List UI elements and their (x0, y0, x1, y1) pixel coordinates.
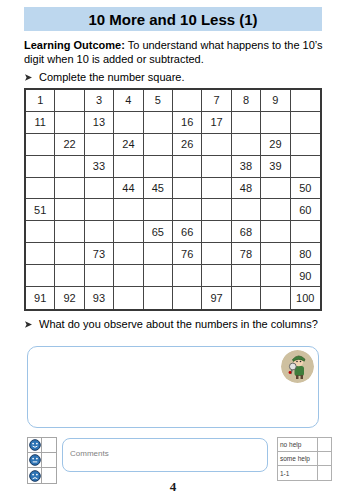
grid-cell-given: 78 (232, 243, 261, 265)
grid-cell-given: 93 (85, 287, 114, 309)
grid-cell-given: 1 (26, 90, 55, 112)
grid-cell-given: 13 (85, 112, 114, 134)
grid-cell-given: 39 (261, 156, 290, 178)
answer-box[interactable] (27, 346, 319, 428)
grid-cell-empty[interactable] (26, 134, 55, 156)
grid-cell-empty[interactable] (261, 265, 290, 287)
grid-cell-empty[interactable] (26, 221, 55, 243)
self-assessment-table (27, 437, 57, 484)
grid-cell-empty[interactable] (232, 287, 261, 309)
help-tick-cell[interactable] (318, 452, 331, 466)
grid-cell-empty[interactable] (202, 134, 231, 156)
grid-cell-empty[interactable] (232, 265, 261, 287)
arrow-bullet-icon (24, 73, 33, 82)
comments-label: Comments (70, 449, 109, 458)
help-option-label: no help (278, 438, 318, 452)
grid-cell-given: 4 (114, 90, 143, 112)
neutral-face-icon (28, 453, 42, 468)
grid-cell-empty[interactable] (232, 199, 261, 221)
grid-cell-empty[interactable] (26, 243, 55, 265)
grid-cell-given: 45 (144, 178, 173, 200)
grid-cell-given: 90 (291, 265, 320, 287)
instruction-complete-square: Complete the number square. (24, 71, 185, 83)
grid-cell-empty[interactable] (173, 199, 202, 221)
grid-cell-given: 80 (291, 243, 320, 265)
grid-cell-empty[interactable] (144, 265, 173, 287)
instruction-complete-square-text: Complete the number square. (39, 71, 185, 83)
grid-cell-given: 73 (85, 243, 114, 265)
grid-cell-given: 9 (261, 90, 290, 112)
grid-cell-empty[interactable] (144, 156, 173, 178)
grid-cell-empty[interactable] (232, 134, 261, 156)
grid-cell-empty[interactable] (55, 243, 84, 265)
help-option-label: some help (278, 452, 318, 466)
grid-cell-given: 65 (144, 221, 173, 243)
grid-cell-empty[interactable] (85, 199, 114, 221)
grid-cell-empty[interactable] (291, 156, 320, 178)
grid-cell-empty[interactable] (55, 90, 84, 112)
grid-cell-empty[interactable] (114, 243, 143, 265)
grid-cell-given: 17 (202, 112, 231, 134)
grid-cell-empty[interactable] (202, 243, 231, 265)
grid-cell-empty[interactable] (173, 287, 202, 309)
grid-cell-given: 3 (85, 90, 114, 112)
grid-cell-given: 76 (173, 243, 202, 265)
grid-cell-empty[interactable] (114, 221, 143, 243)
grid-cell-empty[interactable] (261, 287, 290, 309)
grid-cell-given: 92 (55, 287, 84, 309)
grid-cell-given: 33 (85, 156, 114, 178)
grid-cell-empty[interactable] (202, 156, 231, 178)
grid-cell-given: 7 (202, 90, 231, 112)
grid-cell-empty[interactable] (26, 265, 55, 287)
grid-cell-empty[interactable] (202, 221, 231, 243)
page-number: 4 (0, 479, 346, 495)
grid-cell-empty[interactable] (202, 178, 231, 200)
grid-cell-empty[interactable] (26, 178, 55, 200)
grid-cell-given: 29 (261, 134, 290, 156)
grid-cell-given: 22 (55, 134, 84, 156)
grid-cell-empty[interactable] (173, 90, 202, 112)
detective-boy-clipart-icon (281, 350, 314, 383)
grid-cell-empty[interactable] (85, 265, 114, 287)
grid-cell-empty[interactable] (261, 178, 290, 200)
grid-cell-given: 91 (26, 287, 55, 309)
grid-cell-empty[interactable] (261, 112, 290, 134)
grid-cell-given: 48 (232, 178, 261, 200)
grid-cell-empty[interactable] (232, 112, 261, 134)
grid-cell-given: 50 (291, 178, 320, 200)
worksheet-title: 10 More and 10 Less (1) (24, 7, 322, 31)
grid-cell-empty[interactable] (85, 221, 114, 243)
grid-cell-given: 8 (232, 90, 261, 112)
learning-outcome: Learning Outcome: To understand what hap… (24, 39, 328, 66)
grid-cell-empty[interactable] (144, 112, 173, 134)
grid-cell-empty[interactable] (144, 243, 173, 265)
grid-cell-given: 68 (232, 221, 261, 243)
grid-cell-empty[interactable] (55, 156, 84, 178)
grid-cell-given: 38 (232, 156, 261, 178)
number-square-grid: 1345789111316172224262933383944454850516… (24, 88, 322, 311)
comments-box[interactable]: Comments (62, 438, 268, 472)
grid-cell-empty[interactable] (173, 156, 202, 178)
help-option-label: 1-1 (278, 466, 318, 480)
grid-cell-given: 60 (291, 199, 320, 221)
grid-cell-empty[interactable] (144, 199, 173, 221)
grid-cell-empty[interactable] (114, 287, 143, 309)
grid-cell-given: 51 (26, 199, 55, 221)
question-observe-columns: What do you observe about the numbers in… (24, 318, 318, 330)
smiley-tick-cell[interactable] (42, 438, 56, 453)
grid-cell-empty[interactable] (55, 265, 84, 287)
grid-cell-given: 97 (202, 287, 231, 309)
grid-cell-empty[interactable] (291, 221, 320, 243)
grid-cell-given: 66 (173, 221, 202, 243)
grid-cell-empty[interactable] (26, 156, 55, 178)
grid-cell-given: 26 (173, 134, 202, 156)
grid-cell-empty[interactable] (261, 199, 290, 221)
arrow-bullet-icon (24, 320, 33, 329)
grid-cell-given: 5 (144, 90, 173, 112)
grid-cell-empty[interactable] (173, 178, 202, 200)
grid-cell-given: 100 (291, 287, 320, 309)
grid-cell-empty[interactable] (202, 199, 231, 221)
grid-cell-empty[interactable] (173, 265, 202, 287)
grid-cell-empty[interactable] (114, 156, 143, 178)
happy-face-icon (28, 438, 42, 453)
grid-cell-empty[interactable] (85, 178, 114, 200)
grid-cell-empty[interactable] (261, 243, 290, 265)
help-tick-cell[interactable] (318, 466, 331, 480)
grid-cell-empty[interactable] (55, 221, 84, 243)
learning-outcome-label: Learning Outcome: (24, 39, 125, 51)
grid-cell-empty[interactable] (144, 287, 173, 309)
question-observe-columns-text: What do you observe about the numbers in… (39, 318, 318, 330)
grid-cell-empty[interactable] (291, 134, 320, 156)
help-options-table: no helpsome help1-1 (277, 437, 332, 481)
grid-cell-given: 11 (26, 112, 55, 134)
grid-cell-given: 24 (114, 134, 143, 156)
grid-cell-empty[interactable] (55, 199, 84, 221)
grid-cell-empty[interactable] (202, 265, 231, 287)
grid-cell-empty[interactable] (144, 134, 173, 156)
grid-cell-empty[interactable] (85, 134, 114, 156)
help-tick-cell[interactable] (318, 438, 331, 452)
grid-cell-empty[interactable] (291, 112, 320, 134)
grid-cell-empty[interactable] (114, 265, 143, 287)
smiley-tick-cell[interactable] (42, 453, 56, 468)
grid-cell-empty[interactable] (55, 178, 84, 200)
grid-cell-empty[interactable] (261, 221, 290, 243)
grid-cell-given: 44 (114, 178, 143, 200)
grid-cell-empty[interactable] (55, 112, 84, 134)
grid-cell-empty[interactable] (291, 90, 320, 112)
grid-cell-empty[interactable] (114, 112, 143, 134)
grid-cell-given: 16 (173, 112, 202, 134)
grid-cell-empty[interactable] (114, 199, 143, 221)
